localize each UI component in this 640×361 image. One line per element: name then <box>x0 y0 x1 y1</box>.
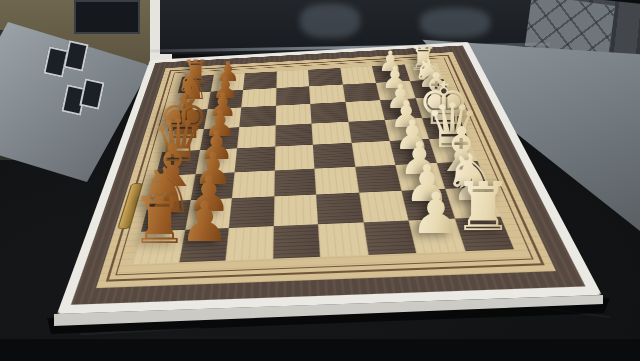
square-d3[interactable] <box>351 141 395 166</box>
square-b4[interactable] <box>316 193 363 224</box>
square-e4[interactable] <box>311 121 351 144</box>
square-a5[interactable] <box>273 224 321 259</box>
square-d5[interactable] <box>274 145 314 170</box>
square-a3[interactable] <box>363 220 416 255</box>
photo-scene: ♜♞♝♛♚♝♞♜♟♟♟♟♟♟♟♟♟♟♟♟♟♟♟♟♜♞♝♛♚♝♞♜ <box>0 0 640 361</box>
square-h3[interactable] <box>340 66 376 84</box>
white-pawn-a2[interactable]: ♟ <box>410 185 461 242</box>
square-a6[interactable] <box>225 226 273 261</box>
square-h5[interactable] <box>276 70 309 88</box>
square-h6[interactable] <box>243 72 276 90</box>
square-c3[interactable] <box>355 165 402 193</box>
square-b3[interactable] <box>359 191 409 222</box>
picture-frame <box>74 0 140 34</box>
square-e6[interactable] <box>237 125 275 148</box>
square-g4[interactable] <box>309 84 345 104</box>
square-a4[interactable] <box>318 222 368 257</box>
square-d4[interactable] <box>313 143 355 168</box>
square-f6[interactable] <box>239 106 275 127</box>
square-f5[interactable] <box>275 104 311 125</box>
black-rook-a8[interactable]: ♜ <box>130 190 188 254</box>
square-c4[interactable] <box>314 166 358 194</box>
square-h4[interactable] <box>308 68 342 86</box>
square-e3[interactable] <box>348 120 390 143</box>
chair-reflection-blob <box>420 8 490 38</box>
square-d6[interactable] <box>235 147 275 172</box>
square-b5[interactable] <box>273 195 318 226</box>
square-c5[interactable] <box>274 168 316 196</box>
square-c6[interactable] <box>232 170 274 198</box>
square-f3[interactable] <box>345 100 385 121</box>
square-e5[interactable] <box>275 123 313 146</box>
square-f4[interactable] <box>310 102 348 123</box>
table-front-edge <box>0 339 640 361</box>
square-g5[interactable] <box>276 86 311 106</box>
chair-reflection-blob <box>300 4 360 38</box>
white-rook-a1[interactable]: ♜ <box>453 174 513 241</box>
square-b6[interactable] <box>229 196 274 227</box>
square-g6[interactable] <box>241 88 276 108</box>
square-g3[interactable] <box>342 83 380 103</box>
